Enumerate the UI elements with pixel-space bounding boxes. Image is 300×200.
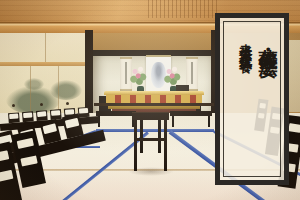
- scroll-calligraphy: [191, 62, 193, 84]
- door-handle: [40, 103, 43, 106]
- door-handle: [66, 102, 69, 105]
- table-leg: [134, 119, 137, 171]
- door-handle: [12, 104, 15, 107]
- pine-painting: [50, 80, 82, 100]
- temple-hall-photo: 葬儀・法要 水子供養・永代供養: [0, 0, 300, 200]
- front-bench-right: [170, 111, 212, 116]
- upper-wall-left: [0, 33, 93, 64]
- service-banner[interactable]: 葬儀・法要 水子供養・永代供養: [215, 13, 289, 185]
- bench-leg: [208, 116, 210, 127]
- scroll-calligraphy: [125, 62, 127, 84]
- wall-joint-line: [45, 33, 46, 63]
- banner-title: 葬儀・法要: [256, 22, 280, 176]
- offering-table: [132, 112, 169, 120]
- door-seam: [30, 66, 31, 118]
- pine-painting: [24, 78, 44, 90]
- tatami-border-front: [96, 129, 214, 132]
- front-rail: [94, 103, 214, 106]
- banner-text: 葬儀・法要 水子供養・永代供養: [224, 22, 280, 176]
- flower-arrangement-left: [130, 66, 147, 88]
- banner-subtitle: 水子供養・永代供養: [238, 22, 254, 176]
- front-bench-left: [96, 111, 136, 116]
- table-stretcher: [134, 138, 167, 141]
- table-leg: [140, 119, 143, 153]
- ceiling-slats: [148, 0, 218, 18]
- bench-leg: [172, 116, 174, 127]
- table-leg: [164, 119, 167, 171]
- table-leg: [158, 119, 161, 153]
